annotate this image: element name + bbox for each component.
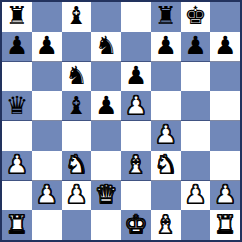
piece-white-rook[interactable]: ♜	[6, 212, 28, 237]
piece-white-pawn[interactable]: ♟	[214, 182, 236, 207]
square-d6[interactable]	[91, 62, 121, 92]
square-g8[interactable]: ♚	[181, 2, 211, 32]
piece-black-queen[interactable]: ♛	[6, 93, 28, 118]
square-f4[interactable]: ♟	[151, 121, 181, 151]
square-c2[interactable]: ♟	[62, 181, 92, 211]
square-c4[interactable]	[62, 121, 92, 151]
piece-black-knight[interactable]: ♞	[95, 33, 117, 58]
square-h3[interactable]	[210, 151, 240, 181]
square-g1[interactable]	[181, 210, 211, 240]
square-g6[interactable]	[181, 62, 211, 92]
square-b1[interactable]	[32, 210, 62, 240]
square-h7[interactable]: ♟	[210, 32, 240, 62]
square-e6[interactable]: ♟	[121, 62, 151, 92]
square-f6[interactable]	[151, 62, 181, 92]
square-a1[interactable]: ♜	[2, 210, 32, 240]
square-c8[interactable]: ♝	[62, 2, 92, 32]
piece-black-knight[interactable]: ♞	[65, 63, 87, 88]
square-e1[interactable]: ♚	[121, 210, 151, 240]
square-h4[interactable]	[210, 121, 240, 151]
piece-white-pawn[interactable]: ♟	[65, 182, 87, 207]
square-d2[interactable]: ♛	[91, 181, 121, 211]
square-h6[interactable]	[210, 62, 240, 92]
square-g4[interactable]	[181, 121, 211, 151]
square-a3[interactable]: ♟	[2, 151, 32, 181]
square-g3[interactable]	[181, 151, 211, 181]
square-e8[interactable]	[121, 2, 151, 32]
square-b3[interactable]	[32, 151, 62, 181]
square-b5[interactable]	[32, 91, 62, 121]
square-e4[interactable]	[121, 121, 151, 151]
square-f1[interactable]: ♝	[151, 210, 181, 240]
piece-black-pawn[interactable]: ♟	[214, 33, 236, 58]
piece-white-pawn[interactable]: ♟	[6, 152, 28, 177]
piece-black-bishop[interactable]: ♝	[65, 93, 87, 118]
piece-white-bishop[interactable]: ♝	[154, 212, 176, 237]
square-e2[interactable]	[121, 181, 151, 211]
square-g2[interactable]: ♟	[181, 181, 211, 211]
piece-white-knight[interactable]: ♞	[154, 152, 176, 177]
square-f3[interactable]: ♞	[151, 151, 181, 181]
square-a4[interactable]	[2, 121, 32, 151]
piece-black-pawn[interactable]: ♟	[184, 33, 206, 58]
square-d4[interactable]	[91, 121, 121, 151]
square-c6[interactable]: ♞	[62, 62, 92, 92]
square-a5[interactable]: ♛	[2, 91, 32, 121]
piece-black-rook[interactable]: ♜	[6, 3, 28, 28]
piece-white-knight[interactable]: ♞	[65, 152, 87, 177]
square-f2[interactable]	[151, 181, 181, 211]
square-d5[interactable]: ♟	[91, 91, 121, 121]
square-h8[interactable]	[210, 2, 240, 32]
square-f7[interactable]: ♟	[151, 32, 181, 62]
square-c7[interactable]	[62, 32, 92, 62]
square-h1[interactable]: ♜	[210, 210, 240, 240]
piece-white-king[interactable]: ♚	[125, 212, 147, 237]
square-e3[interactable]: ♝	[121, 151, 151, 181]
square-d8[interactable]	[91, 2, 121, 32]
square-c5[interactable]: ♝	[62, 91, 92, 121]
square-f5[interactable]	[151, 91, 181, 121]
square-f8[interactable]: ♜	[151, 2, 181, 32]
square-b7[interactable]: ♟	[32, 32, 62, 62]
square-e5[interactable]: ♟	[121, 91, 151, 121]
piece-black-rook[interactable]: ♜	[154, 3, 176, 28]
square-h5[interactable]	[210, 91, 240, 121]
square-c3[interactable]: ♞	[62, 151, 92, 181]
square-b2[interactable]: ♟	[32, 181, 62, 211]
square-b6[interactable]	[32, 62, 62, 92]
square-d1[interactable]	[91, 210, 121, 240]
square-c1[interactable]	[62, 210, 92, 240]
square-b8[interactable]	[32, 2, 62, 32]
piece-white-bishop[interactable]: ♝	[125, 152, 147, 177]
square-h2[interactable]: ♟	[210, 181, 240, 211]
square-b4[interactable]	[32, 121, 62, 151]
piece-white-pawn[interactable]: ♟	[154, 122, 176, 147]
piece-white-pawn[interactable]: ♟	[125, 93, 147, 118]
square-e7[interactable]	[121, 32, 151, 62]
piece-black-pawn[interactable]: ♟	[95, 93, 117, 118]
piece-black-pawn[interactable]: ♟	[125, 63, 147, 88]
piece-black-pawn[interactable]: ♟	[154, 33, 176, 58]
piece-white-rook[interactable]: ♜	[214, 212, 236, 237]
square-a7[interactable]: ♟	[2, 32, 32, 62]
square-g7[interactable]: ♟	[181, 32, 211, 62]
piece-black-king[interactable]: ♚	[184, 3, 206, 28]
piece-black-pawn[interactable]: ♟	[6, 33, 28, 58]
piece-white-queen[interactable]: ♛	[95, 182, 117, 207]
piece-black-bishop[interactable]: ♝	[65, 3, 87, 28]
square-a8[interactable]: ♜	[2, 2, 32, 32]
square-g5[interactable]	[181, 91, 211, 121]
piece-black-pawn[interactable]: ♟	[35, 33, 57, 58]
square-d7[interactable]: ♞	[91, 32, 121, 62]
square-a6[interactable]	[2, 62, 32, 92]
chess-board: ♜♝♜♚♟♟♞♟♟♟♞♟♛♝♟♟♟♟♞♝♞♟♟♛♟♟♜♚♝♜	[0, 0, 242, 242]
piece-white-pawn[interactable]: ♟	[184, 182, 206, 207]
piece-white-pawn[interactable]: ♟	[35, 182, 57, 207]
square-a2[interactable]	[2, 181, 32, 211]
square-d3[interactable]	[91, 151, 121, 181]
